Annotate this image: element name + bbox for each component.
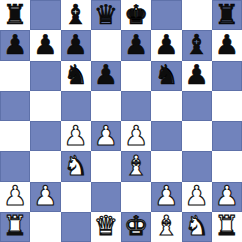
square-e8[interactable]: ♚: [121, 0, 151, 30]
square-h7[interactable]: ♟: [212, 30, 242, 60]
square-e7[interactable]: ♟: [121, 30, 151, 60]
square-d7[interactable]: [91, 30, 121, 60]
square-b2[interactable]: ♟: [30, 182, 60, 212]
white-pawn[interactable]: ♟: [64, 122, 88, 149]
square-b3[interactable]: [30, 151, 60, 181]
square-h2[interactable]: ♟: [212, 182, 242, 212]
black-pawn[interactable]: ♟: [33, 31, 57, 58]
square-c5[interactable]: [61, 91, 91, 121]
square-c3[interactable]: ♞: [61, 151, 91, 181]
square-h3[interactable]: [212, 151, 242, 181]
square-d4[interactable]: ♟: [91, 121, 121, 151]
square-a2[interactable]: ♟: [0, 182, 30, 212]
black-rook[interactable]: ♜: [215, 1, 239, 28]
square-c8[interactable]: ♝: [61, 0, 91, 30]
square-h8[interactable]: ♜: [212, 0, 242, 30]
white-knight[interactable]: ♞: [185, 212, 209, 239]
square-b6[interactable]: [30, 61, 60, 91]
white-pawn[interactable]: ♟: [215, 182, 239, 209]
square-d6[interactable]: ♟: [91, 61, 121, 91]
square-b4[interactable]: [30, 121, 60, 151]
square-a5[interactable]: [0, 91, 30, 121]
black-rook[interactable]: ♜: [3, 1, 27, 28]
square-b7[interactable]: ♟: [30, 30, 60, 60]
square-h4[interactable]: [212, 121, 242, 151]
black-pawn[interactable]: ♟: [94, 61, 118, 88]
square-c6[interactable]: ♞: [61, 61, 91, 91]
black-bishop[interactable]: ♝: [185, 31, 209, 58]
black-pawn[interactable]: ♟: [154, 31, 178, 58]
white-knight[interactable]: ♞: [64, 152, 88, 179]
white-rook[interactable]: ♜: [3, 212, 27, 239]
square-d8[interactable]: ♛: [91, 0, 121, 30]
square-h6[interactable]: [212, 61, 242, 91]
square-a3[interactable]: [0, 151, 30, 181]
square-g8[interactable]: [182, 0, 212, 30]
black-knight[interactable]: ♞: [64, 61, 88, 88]
black-pawn[interactable]: ♟: [124, 31, 148, 58]
square-e2[interactable]: [121, 182, 151, 212]
square-c4[interactable]: ♟: [61, 121, 91, 151]
square-b5[interactable]: [30, 91, 60, 121]
square-a6[interactable]: [0, 61, 30, 91]
square-a4[interactable]: [0, 121, 30, 151]
square-f1[interactable]: ♝: [151, 212, 181, 242]
black-pawn[interactable]: ♟: [3, 31, 27, 58]
square-g1[interactable]: ♞: [182, 212, 212, 242]
square-c1[interactable]: [61, 212, 91, 242]
white-pawn[interactable]: ♟: [33, 182, 57, 209]
square-g7[interactable]: ♝: [182, 30, 212, 60]
square-b8[interactable]: [30, 0, 60, 30]
white-king[interactable]: ♚: [124, 212, 148, 239]
black-bishop[interactable]: ♝: [64, 1, 88, 28]
square-b1[interactable]: [30, 212, 60, 242]
square-e1[interactable]: ♚: [121, 212, 151, 242]
black-pawn[interactable]: ♟: [215, 31, 239, 58]
black-pawn[interactable]: ♟: [64, 31, 88, 58]
square-a8[interactable]: ♜: [0, 0, 30, 30]
square-d5[interactable]: [91, 91, 121, 121]
square-d3[interactable]: [91, 151, 121, 181]
square-a7[interactable]: ♟: [0, 30, 30, 60]
white-pawn[interactable]: ♟: [154, 182, 178, 209]
white-pawn[interactable]: ♟: [3, 182, 27, 209]
square-f8[interactable]: [151, 0, 181, 30]
square-d2[interactable]: [91, 182, 121, 212]
square-c7[interactable]: ♟: [61, 30, 91, 60]
white-rook[interactable]: ♜: [215, 212, 239, 239]
white-bishop[interactable]: ♝: [154, 212, 178, 239]
square-h5[interactable]: [212, 91, 242, 121]
black-king[interactable]: ♚: [124, 1, 148, 28]
black-knight[interactable]: ♞: [154, 61, 178, 88]
square-g3[interactable]: [182, 151, 212, 181]
square-f5[interactable]: [151, 91, 181, 121]
black-queen[interactable]: ♛: [94, 1, 118, 28]
square-f4[interactable]: [151, 121, 181, 151]
square-e4[interactable]: ♟: [121, 121, 151, 151]
square-f2[interactable]: ♟: [151, 182, 181, 212]
white-queen[interactable]: ♛: [94, 212, 118, 239]
square-e5[interactable]: [121, 91, 151, 121]
chess-board: ♜♝♛♚♜♟♟♟♟♟♝♟♞♟♞♟♟♟♟♞♝♟♟♟♟♟♜♛♚♝♞♜: [0, 0, 242, 242]
square-f7[interactable]: ♟: [151, 30, 181, 60]
white-bishop[interactable]: ♝: [124, 152, 148, 179]
white-pawn[interactable]: ♟: [185, 182, 209, 209]
white-pawn[interactable]: ♟: [94, 122, 118, 149]
square-f6[interactable]: ♞: [151, 61, 181, 91]
square-e3[interactable]: ♝: [121, 151, 151, 181]
white-pawn[interactable]: ♟: [124, 122, 148, 149]
square-h1[interactable]: ♜: [212, 212, 242, 242]
square-e6[interactable]: [121, 61, 151, 91]
square-g5[interactable]: [182, 91, 212, 121]
square-d1[interactable]: ♛: [91, 212, 121, 242]
square-a1[interactable]: ♜: [0, 212, 30, 242]
square-g6[interactable]: ♟: [182, 61, 212, 91]
square-f3[interactable]: [151, 151, 181, 181]
square-g2[interactable]: ♟: [182, 182, 212, 212]
black-pawn[interactable]: ♟: [185, 61, 209, 88]
square-c2[interactable]: [61, 182, 91, 212]
square-g4[interactable]: [182, 121, 212, 151]
